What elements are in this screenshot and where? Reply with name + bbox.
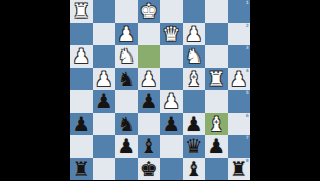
square-d4[interactable] bbox=[160, 68, 183, 91]
square-b4[interactable]: ♜ bbox=[205, 68, 228, 91]
square-f5[interactable] bbox=[115, 90, 138, 113]
rank-label-6: 6 bbox=[246, 113, 249, 118]
piece-white-pawn[interactable]: ♟ bbox=[117, 23, 135, 46]
square-f6[interactable]: ♞ bbox=[115, 113, 138, 136]
piece-white-queen[interactable]: ♛ bbox=[162, 23, 180, 46]
piece-black-queen[interactable]: ♛ bbox=[185, 135, 203, 158]
square-g6[interactable] bbox=[93, 113, 116, 136]
square-f2[interactable]: ♟ bbox=[115, 23, 138, 46]
square-a7[interactable]: 7 bbox=[228, 135, 251, 158]
square-f8[interactable] bbox=[115, 158, 138, 181]
square-a4[interactable]: ♟4 bbox=[228, 68, 251, 91]
square-f3[interactable]: ♞ bbox=[115, 45, 138, 68]
square-f7[interactable]: ♟ bbox=[115, 135, 138, 158]
square-h4[interactable] bbox=[70, 68, 93, 91]
square-g5[interactable]: ♟ bbox=[93, 90, 116, 113]
piece-black-pawn[interactable]: ♟ bbox=[207, 135, 225, 158]
square-h8[interactable]: ♜ bbox=[70, 158, 93, 181]
piece-white-knight[interactable]: ♞ bbox=[117, 45, 135, 68]
piece-black-king[interactable]: ♚ bbox=[140, 158, 158, 181]
piece-black-bishop[interactable]: ♝ bbox=[185, 158, 203, 181]
piece-black-rook[interactable]: ♜ bbox=[230, 158, 248, 181]
square-e4[interactable]: ♟ bbox=[138, 68, 161, 91]
piece-black-pawn[interactable]: ♟ bbox=[72, 113, 90, 136]
square-c7[interactable]: ♛ bbox=[183, 135, 206, 158]
square-h3[interactable]: ♟ bbox=[70, 45, 93, 68]
rank-label-3: 3 bbox=[246, 45, 249, 50]
piece-white-pawn[interactable]: ♟ bbox=[140, 68, 158, 91]
piece-white-bishop[interactable]: ♝ bbox=[185, 68, 203, 91]
piece-white-pawn[interactable]: ♟ bbox=[95, 68, 113, 91]
chess-screenshot: ♜♚1♟♛♟2♟♞♞3♟♞♟♝♜♟4♟♟♟5♟♞♟♟♝6♟♝♛♟7♜♚♝♜8 bbox=[0, 0, 320, 180]
piece-black-rook[interactable]: ♜ bbox=[72, 158, 90, 181]
piece-black-pawn[interactable]: ♟ bbox=[117, 135, 135, 158]
piece-black-knight[interactable]: ♞ bbox=[117, 113, 135, 136]
square-c8[interactable]: ♝ bbox=[183, 158, 206, 181]
piece-black-knight[interactable]: ♞ bbox=[117, 68, 135, 91]
square-b3[interactable] bbox=[205, 45, 228, 68]
square-d3[interactable] bbox=[160, 45, 183, 68]
square-h5[interactable] bbox=[70, 90, 93, 113]
square-g8[interactable] bbox=[93, 158, 116, 181]
rank-label-1: 1 bbox=[246, 0, 249, 5]
square-e1[interactable]: ♚ bbox=[138, 0, 161, 23]
square-d6[interactable]: ♟ bbox=[160, 113, 183, 136]
square-e2[interactable] bbox=[138, 23, 161, 46]
piece-white-pawn[interactable]: ♟ bbox=[162, 90, 180, 113]
square-e6[interactable] bbox=[138, 113, 161, 136]
square-d1[interactable] bbox=[160, 0, 183, 23]
piece-white-bishop[interactable]: ♝ bbox=[207, 113, 225, 136]
left-black-bar bbox=[0, 0, 70, 180]
piece-white-king[interactable]: ♚ bbox=[140, 0, 158, 23]
square-g3[interactable] bbox=[93, 45, 116, 68]
piece-white-pawn[interactable]: ♟ bbox=[72, 45, 90, 68]
square-b7[interactable]: ♟ bbox=[205, 135, 228, 158]
square-h6[interactable]: ♟ bbox=[70, 113, 93, 136]
rank-label-2: 2 bbox=[246, 23, 249, 28]
right-black-bar bbox=[250, 0, 320, 180]
square-a6[interactable]: 6 bbox=[228, 113, 251, 136]
square-c5[interactable] bbox=[183, 90, 206, 113]
square-d8[interactable] bbox=[160, 158, 183, 181]
square-c2[interactable]: ♟ bbox=[183, 23, 206, 46]
square-g1[interactable] bbox=[93, 0, 116, 23]
square-e8[interactable]: ♚ bbox=[138, 158, 161, 181]
square-g7[interactable] bbox=[93, 135, 116, 158]
square-a3[interactable]: 3 bbox=[228, 45, 251, 68]
square-h7[interactable] bbox=[70, 135, 93, 158]
rank-label-7: 7 bbox=[246, 135, 249, 140]
square-c6[interactable]: ♟ bbox=[183, 113, 206, 136]
square-h1[interactable]: ♜ bbox=[70, 0, 93, 23]
square-c3[interactable]: ♞ bbox=[183, 45, 206, 68]
square-b1[interactable] bbox=[205, 0, 228, 23]
square-b2[interactable] bbox=[205, 23, 228, 46]
piece-black-pawn[interactable]: ♟ bbox=[95, 90, 113, 113]
square-b5[interactable] bbox=[205, 90, 228, 113]
piece-black-pawn[interactable]: ♟ bbox=[185, 113, 203, 136]
square-f4[interactable]: ♞ bbox=[115, 68, 138, 91]
square-g2[interactable] bbox=[93, 23, 116, 46]
square-e5[interactable]: ♟ bbox=[138, 90, 161, 113]
piece-white-pawn[interactable]: ♟ bbox=[230, 68, 248, 91]
square-a8[interactable]: ♜8 bbox=[228, 158, 251, 181]
piece-white-knight[interactable]: ♞ bbox=[185, 45, 203, 68]
square-d2[interactable]: ♛ bbox=[160, 23, 183, 46]
piece-white-rook[interactable]: ♜ bbox=[72, 0, 90, 23]
rank-label-5: 5 bbox=[246, 90, 249, 95]
square-e7[interactable]: ♝ bbox=[138, 135, 161, 158]
square-a1[interactable]: 1 bbox=[228, 0, 251, 23]
piece-black-pawn[interactable]: ♟ bbox=[162, 113, 180, 136]
square-h2[interactable] bbox=[70, 23, 93, 46]
square-a2[interactable]: 2 bbox=[228, 23, 251, 46]
chess-board[interactable]: ♜♚1♟♛♟2♟♞♞3♟♞♟♝♜♟4♟♟♟5♟♞♟♟♝6♟♝♛♟7♜♚♝♜8 bbox=[70, 0, 250, 180]
square-d5[interactable]: ♟ bbox=[160, 90, 183, 113]
square-a5[interactable]: 5 bbox=[228, 90, 251, 113]
square-g4[interactable]: ♟ bbox=[93, 68, 116, 91]
square-f1[interactable] bbox=[115, 0, 138, 23]
piece-white-pawn[interactable]: ♟ bbox=[185, 23, 203, 46]
square-c4[interactable]: ♝ bbox=[183, 68, 206, 91]
square-b6[interactable]: ♝ bbox=[205, 113, 228, 136]
square-c1[interactable] bbox=[183, 0, 206, 23]
square-b8[interactable] bbox=[205, 158, 228, 181]
square-d7[interactable] bbox=[160, 135, 183, 158]
piece-black-pawn[interactable]: ♟ bbox=[140, 90, 158, 113]
square-e3[interactable] bbox=[138, 45, 161, 68]
piece-white-rook[interactable]: ♜ bbox=[207, 68, 225, 91]
piece-black-bishop[interactable]: ♝ bbox=[140, 135, 158, 158]
